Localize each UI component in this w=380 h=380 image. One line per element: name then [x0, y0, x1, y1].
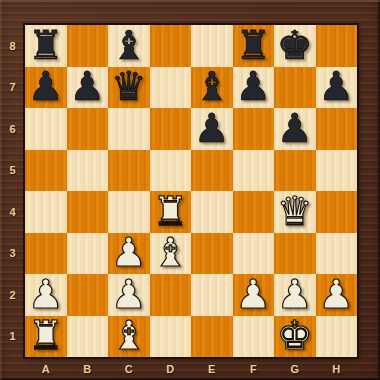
- piece-white-pawn-c3[interactable]: ♟︎: [111, 232, 147, 272]
- file-label-b: B: [67, 357, 109, 380]
- square-f6[interactable]: [233, 108, 275, 150]
- piece-black-king-g8[interactable]: ♚︎: [277, 25, 313, 65]
- rank-label-1: 1: [0, 316, 25, 358]
- square-g3[interactable]: [274, 233, 316, 275]
- piece-white-queen-g4[interactable]: ♛︎: [277, 191, 313, 231]
- square-a2[interactable]: ♟︎: [25, 274, 67, 316]
- square-e7[interactable]: ♝︎: [191, 67, 233, 109]
- square-b3[interactable]: [67, 233, 109, 275]
- rank-label-4: 4: [0, 191, 25, 233]
- piece-black-queen-c7[interactable]: ♛︎: [111, 66, 147, 106]
- square-c1[interactable]: ♝︎: [108, 316, 150, 358]
- piece-black-pawn-f7[interactable]: ♟︎: [235, 66, 271, 106]
- piece-black-pawn-g6[interactable]: ♟︎: [277, 108, 313, 148]
- file-label-a: A: [25, 357, 67, 380]
- chess-board: ♜︎♝︎♜︎♚︎♟︎♟︎♛︎♝︎♟︎♟︎♟︎♟︎♜︎♛︎♟︎♝︎♟︎♟︎♟︎♟︎…: [25, 25, 357, 357]
- square-e5[interactable]: [191, 150, 233, 192]
- square-d4[interactable]: ♜︎: [150, 191, 192, 233]
- square-c8[interactable]: ♝︎: [108, 25, 150, 67]
- square-a7[interactable]: ♟︎: [25, 67, 67, 109]
- square-e8[interactable]: [191, 25, 233, 67]
- rank-label-2: 2: [0, 274, 25, 316]
- square-b4[interactable]: [67, 191, 109, 233]
- square-e1[interactable]: [191, 316, 233, 358]
- piece-white-rook-d4[interactable]: ♜︎: [152, 191, 188, 231]
- square-a8[interactable]: ♜︎: [25, 25, 67, 67]
- square-h1[interactable]: [316, 316, 358, 358]
- square-c3[interactable]: ♟︎: [108, 233, 150, 275]
- square-b1[interactable]: [67, 316, 109, 358]
- square-b8[interactable]: [67, 25, 109, 67]
- piece-white-pawn-a2[interactable]: ♟︎: [28, 274, 64, 314]
- square-b5[interactable]: [67, 150, 109, 192]
- square-f5[interactable]: [233, 150, 275, 192]
- square-e2[interactable]: [191, 274, 233, 316]
- file-label-d: D: [150, 357, 192, 380]
- square-d8[interactable]: [150, 25, 192, 67]
- square-c7[interactable]: ♛︎: [108, 67, 150, 109]
- piece-black-pawn-b7[interactable]: ♟︎: [69, 66, 105, 106]
- piece-white-pawn-h2[interactable]: ♟︎: [318, 274, 354, 314]
- square-f1[interactable]: [233, 316, 275, 358]
- square-e4[interactable]: [191, 191, 233, 233]
- square-f3[interactable]: [233, 233, 275, 275]
- square-g2[interactable]: ♟︎: [274, 274, 316, 316]
- piece-white-king-g1[interactable]: ♚︎: [277, 315, 313, 355]
- square-b7[interactable]: ♟︎: [67, 67, 109, 109]
- piece-white-pawn-f2[interactable]: ♟︎: [235, 274, 271, 314]
- piece-black-pawn-h7[interactable]: ♟︎: [318, 66, 354, 106]
- square-g4[interactable]: ♛︎: [274, 191, 316, 233]
- square-g6[interactable]: ♟︎: [274, 108, 316, 150]
- square-h4[interactable]: [316, 191, 358, 233]
- square-h3[interactable]: [316, 233, 358, 275]
- chess-board-frame: 87654321 ♜︎♝︎♜︎♚︎♟︎♟︎♛︎♝︎♟︎♟︎♟︎♟︎♜︎♛︎♟︎♝…: [0, 0, 380, 380]
- square-c2[interactable]: ♟︎: [108, 274, 150, 316]
- file-label-g: G: [274, 357, 316, 380]
- square-h2[interactable]: ♟︎: [316, 274, 358, 316]
- square-a6[interactable]: [25, 108, 67, 150]
- square-c6[interactable]: [108, 108, 150, 150]
- rank-label-6: 6: [0, 108, 25, 150]
- square-h5[interactable]: [316, 150, 358, 192]
- piece-black-pawn-a7[interactable]: ♟︎: [28, 66, 64, 106]
- rank-label-8: 8: [0, 25, 25, 67]
- piece-white-pawn-c2[interactable]: ♟︎: [111, 274, 147, 314]
- piece-black-rook-f8[interactable]: ♜︎: [235, 25, 271, 65]
- square-f2[interactable]: ♟︎: [233, 274, 275, 316]
- piece-black-bishop-e7[interactable]: ♝︎: [194, 66, 230, 106]
- file-label-f: F: [233, 357, 275, 380]
- square-d7[interactable]: [150, 67, 192, 109]
- piece-white-bishop-c1[interactable]: ♝︎: [111, 315, 147, 355]
- square-h8[interactable]: [316, 25, 358, 67]
- piece-black-pawn-e6[interactable]: ♟︎: [194, 108, 230, 148]
- square-h7[interactable]: ♟︎: [316, 67, 358, 109]
- rank-label-3: 3: [0, 233, 25, 275]
- square-a3[interactable]: [25, 233, 67, 275]
- piece-white-pawn-g2[interactable]: ♟︎: [277, 274, 313, 314]
- rank-label-5: 5: [0, 150, 25, 192]
- square-f4[interactable]: [233, 191, 275, 233]
- square-g7[interactable]: [274, 67, 316, 109]
- file-labels: ABCDEFGH: [25, 357, 357, 380]
- square-a4[interactable]: [25, 191, 67, 233]
- square-b2[interactable]: [67, 274, 109, 316]
- square-g1[interactable]: ♚︎: [274, 316, 316, 358]
- square-a1[interactable]: ♜︎: [25, 316, 67, 358]
- file-label-e: E: [191, 357, 233, 380]
- square-d5[interactable]: [150, 150, 192, 192]
- rank-label-7: 7: [0, 67, 25, 109]
- square-f7[interactable]: ♟︎: [233, 67, 275, 109]
- piece-black-bishop-c8[interactable]: ♝︎: [111, 25, 147, 65]
- square-d6[interactable]: [150, 108, 192, 150]
- square-g8[interactable]: ♚︎: [274, 25, 316, 67]
- square-f8[interactable]: ♜︎: [233, 25, 275, 67]
- square-d3[interactable]: ♝︎: [150, 233, 192, 275]
- piece-black-rook-a8[interactable]: ♜︎: [28, 25, 64, 65]
- square-c4[interactable]: [108, 191, 150, 233]
- file-label-h: H: [316, 357, 358, 380]
- piece-white-rook-a1[interactable]: ♜︎: [28, 315, 64, 355]
- file-label-c: C: [108, 357, 150, 380]
- square-c5[interactable]: [108, 150, 150, 192]
- piece-white-bishop-d3[interactable]: ♝︎: [152, 232, 188, 272]
- square-e6[interactable]: ♟︎: [191, 108, 233, 150]
- square-g5[interactable]: [274, 150, 316, 192]
- square-e3[interactable]: [191, 233, 233, 275]
- square-d1[interactable]: [150, 316, 192, 358]
- square-a5[interactable]: [25, 150, 67, 192]
- square-h6[interactable]: [316, 108, 358, 150]
- square-d2[interactable]: [150, 274, 192, 316]
- rank-labels: 87654321: [0, 25, 25, 357]
- square-b6[interactable]: [67, 108, 109, 150]
